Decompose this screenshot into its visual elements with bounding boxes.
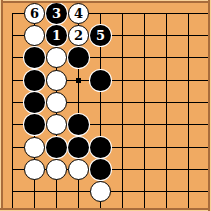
move-number: 4: [74, 7, 83, 20]
black-stone[interactable]: [90, 137, 111, 158]
black-stone[interactable]: [24, 92, 45, 113]
hoshi-point: [76, 78, 81, 83]
frame-border-bottom-highlight: [0, 210, 211, 211]
move-number: 2: [74, 29, 83, 42]
frame-border-top-shadow: [0, 1, 211, 3]
white-stone[interactable]: 6: [24, 3, 45, 24]
grid-line-v-8: [166, 13, 167, 211]
frame-border-right-highlight: [210, 0, 211, 211]
white-stone[interactable]: [24, 159, 45, 180]
black-stone[interactable]: [24, 70, 45, 91]
grid-line-v-9: [188, 13, 189, 211]
white-stone[interactable]: [24, 25, 45, 46]
go-board-diagram: 634125: [0, 0, 211, 211]
black-stone[interactable]: [68, 137, 89, 158]
black-stone[interactable]: [24, 47, 45, 68]
move-number: 1: [52, 29, 61, 42]
black-stone[interactable]: 3: [46, 3, 67, 24]
white-stone[interactable]: [68, 159, 89, 180]
black-stone[interactable]: [68, 114, 89, 135]
white-stone[interactable]: [24, 137, 45, 158]
white-stone[interactable]: [46, 92, 67, 113]
black-stone[interactable]: 1: [46, 25, 67, 46]
black-stone[interactable]: [24, 114, 45, 135]
white-stone[interactable]: [46, 70, 67, 91]
white-stone[interactable]: [46, 159, 67, 180]
black-stone[interactable]: 5: [90, 25, 111, 46]
black-stone[interactable]: [90, 159, 111, 180]
move-number: 3: [52, 7, 61, 20]
white-stone[interactable]: 4: [68, 3, 89, 24]
white-stone[interactable]: 2: [68, 25, 89, 46]
go-board[interactable]: 634125: [0, 0, 211, 211]
grid-line-v-6: [122, 13, 123, 211]
frame-border-left-shadow: [1, 0, 3, 211]
black-stone[interactable]: [68, 47, 89, 68]
grid-line-v-7: [144, 13, 145, 211]
black-stone[interactable]: [46, 137, 67, 158]
move-number: 6: [30, 7, 39, 20]
move-number: 5: [96, 29, 105, 42]
grid-line-h-9: [12, 191, 211, 192]
black-stone[interactable]: [90, 70, 111, 91]
grid-line-v-1: [12, 13, 13, 211]
white-stone[interactable]: [46, 47, 67, 68]
white-stone[interactable]: [46, 114, 67, 135]
white-stone[interactable]: [90, 181, 111, 202]
